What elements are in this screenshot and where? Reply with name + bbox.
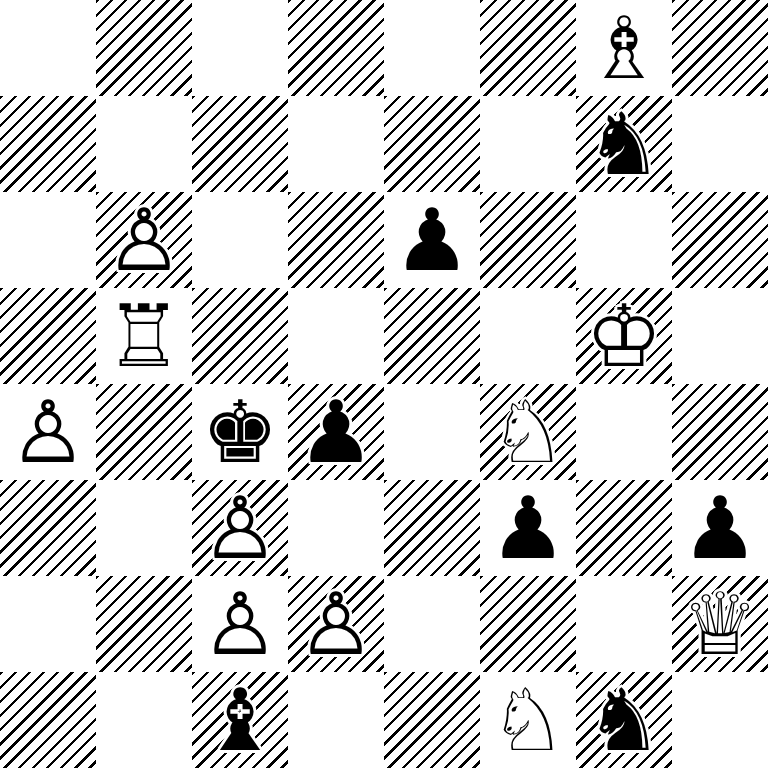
square-g5[interactable]: ♚♔ bbox=[576, 288, 672, 384]
white-pawn-icon: ♙ bbox=[288, 576, 384, 672]
square-b1[interactable] bbox=[96, 672, 192, 768]
square-f7[interactable] bbox=[480, 96, 576, 192]
square-f4[interactable]: ♞♘ bbox=[480, 384, 576, 480]
square-a2[interactable] bbox=[0, 576, 96, 672]
piece-black-pawn[interactable]: ♟♟ bbox=[288, 384, 384, 480]
square-a7[interactable] bbox=[0, 96, 96, 192]
white-knight-icon: ♘ bbox=[480, 672, 576, 768]
square-f8[interactable] bbox=[480, 0, 576, 96]
square-h4[interactable] bbox=[672, 384, 768, 480]
square-f2[interactable] bbox=[480, 576, 576, 672]
square-c3[interactable]: ♟♙ bbox=[192, 480, 288, 576]
square-d8[interactable] bbox=[288, 0, 384, 96]
black-knight-icon: ♞ bbox=[576, 672, 672, 768]
piece-white-bishop[interactable]: ♝♗ bbox=[576, 0, 672, 96]
piece-white-rook[interactable]: ♜♖ bbox=[96, 288, 192, 384]
square-b8[interactable] bbox=[96, 0, 192, 96]
square-h2[interactable]: ♛♕ bbox=[672, 576, 768, 672]
piece-white-pawn[interactable]: ♟♙ bbox=[192, 480, 288, 576]
square-g2[interactable] bbox=[576, 576, 672, 672]
square-e3[interactable] bbox=[384, 480, 480, 576]
black-pawn-icon: ♟ bbox=[480, 480, 576, 576]
white-pawn-icon: ♙ bbox=[192, 480, 288, 576]
square-d6[interactable] bbox=[288, 192, 384, 288]
piece-white-pawn[interactable]: ♟♙ bbox=[0, 384, 96, 480]
square-g4[interactable] bbox=[576, 384, 672, 480]
square-a3[interactable] bbox=[0, 480, 96, 576]
square-f5[interactable] bbox=[480, 288, 576, 384]
square-b4[interactable] bbox=[96, 384, 192, 480]
square-h6[interactable] bbox=[672, 192, 768, 288]
square-h3[interactable]: ♟♟ bbox=[672, 480, 768, 576]
square-a8[interactable] bbox=[0, 0, 96, 96]
square-g1[interactable]: ♞♞ bbox=[576, 672, 672, 768]
square-c4[interactable]: ♚♚ bbox=[192, 384, 288, 480]
piece-white-pawn[interactable]: ♟♙ bbox=[192, 576, 288, 672]
square-d4[interactable]: ♟♟ bbox=[288, 384, 384, 480]
black-pawn-icon: ♟ bbox=[672, 480, 768, 576]
square-a5[interactable] bbox=[0, 288, 96, 384]
square-c7[interactable] bbox=[192, 96, 288, 192]
white-pawn-icon: ♙ bbox=[192, 576, 288, 672]
chess-board: ♝♗♞♞♟♙♟♟♜♖♚♔♟♙♚♚♟♟♞♘♟♙♟♟♟♟♟♙♟♙♛♕♝♝♞♘♞♞ bbox=[0, 0, 768, 768]
square-b7[interactable] bbox=[96, 96, 192, 192]
square-e5[interactable] bbox=[384, 288, 480, 384]
square-f6[interactable] bbox=[480, 192, 576, 288]
piece-white-knight[interactable]: ♞♘ bbox=[480, 672, 576, 768]
square-f3[interactable]: ♟♟ bbox=[480, 480, 576, 576]
white-pawn-icon: ♙ bbox=[0, 384, 96, 480]
square-g3[interactable] bbox=[576, 480, 672, 576]
square-a1[interactable] bbox=[0, 672, 96, 768]
square-e7[interactable] bbox=[384, 96, 480, 192]
piece-black-pawn[interactable]: ♟♟ bbox=[480, 480, 576, 576]
square-e1[interactable] bbox=[384, 672, 480, 768]
square-b6[interactable]: ♟♙ bbox=[96, 192, 192, 288]
square-h8[interactable] bbox=[672, 0, 768, 96]
piece-black-pawn[interactable]: ♟♟ bbox=[384, 192, 480, 288]
square-h7[interactable] bbox=[672, 96, 768, 192]
black-bishop-icon: ♝ bbox=[192, 672, 288, 768]
square-f1[interactable]: ♞♘ bbox=[480, 672, 576, 768]
square-e8[interactable] bbox=[384, 0, 480, 96]
square-b2[interactable] bbox=[96, 576, 192, 672]
square-c2[interactable]: ♟♙ bbox=[192, 576, 288, 672]
white-knight-icon: ♘ bbox=[480, 384, 576, 480]
square-d2[interactable]: ♟♙ bbox=[288, 576, 384, 672]
black-pawn-icon: ♟ bbox=[288, 384, 384, 480]
square-b3[interactable] bbox=[96, 480, 192, 576]
piece-black-knight[interactable]: ♞♞ bbox=[576, 96, 672, 192]
square-d7[interactable] bbox=[288, 96, 384, 192]
piece-white-knight[interactable]: ♞♘ bbox=[480, 384, 576, 480]
square-e6[interactable]: ♟♟ bbox=[384, 192, 480, 288]
piece-black-knight[interactable]: ♞♞ bbox=[576, 672, 672, 768]
square-h5[interactable] bbox=[672, 288, 768, 384]
black-pawn-icon: ♟ bbox=[384, 192, 480, 288]
square-a4[interactable]: ♟♙ bbox=[0, 384, 96, 480]
square-c6[interactable] bbox=[192, 192, 288, 288]
white-pawn-icon: ♙ bbox=[96, 192, 192, 288]
square-e2[interactable] bbox=[384, 576, 480, 672]
piece-white-king[interactable]: ♚♔ bbox=[576, 288, 672, 384]
square-g7[interactable]: ♞♞ bbox=[576, 96, 672, 192]
black-king-icon: ♚ bbox=[192, 384, 288, 480]
square-d3[interactable] bbox=[288, 480, 384, 576]
piece-white-pawn[interactable]: ♟♙ bbox=[96, 192, 192, 288]
square-d1[interactable] bbox=[288, 672, 384, 768]
white-bishop-icon: ♗ bbox=[576, 0, 672, 96]
white-queen-icon: ♕ bbox=[672, 576, 768, 672]
square-h1[interactable] bbox=[672, 672, 768, 768]
white-rook-icon: ♖ bbox=[96, 288, 192, 384]
square-c8[interactable] bbox=[192, 0, 288, 96]
piece-black-king[interactable]: ♚♚ bbox=[192, 384, 288, 480]
white-king-icon: ♔ bbox=[576, 288, 672, 384]
piece-white-pawn[interactable]: ♟♙ bbox=[288, 576, 384, 672]
black-knight-icon: ♞ bbox=[576, 96, 672, 192]
piece-white-queen[interactable]: ♛♕ bbox=[672, 576, 768, 672]
square-a6[interactable] bbox=[0, 192, 96, 288]
square-c1[interactable]: ♝♝ bbox=[192, 672, 288, 768]
square-g6[interactable] bbox=[576, 192, 672, 288]
piece-black-pawn[interactable]: ♟♟ bbox=[672, 480, 768, 576]
square-c5[interactable] bbox=[192, 288, 288, 384]
square-d5[interactable] bbox=[288, 288, 384, 384]
square-g8[interactable]: ♝♗ bbox=[576, 0, 672, 96]
square-b5[interactable]: ♜♖ bbox=[96, 288, 192, 384]
square-e4[interactable] bbox=[384, 384, 480, 480]
piece-black-bishop[interactable]: ♝♝ bbox=[192, 672, 288, 768]
